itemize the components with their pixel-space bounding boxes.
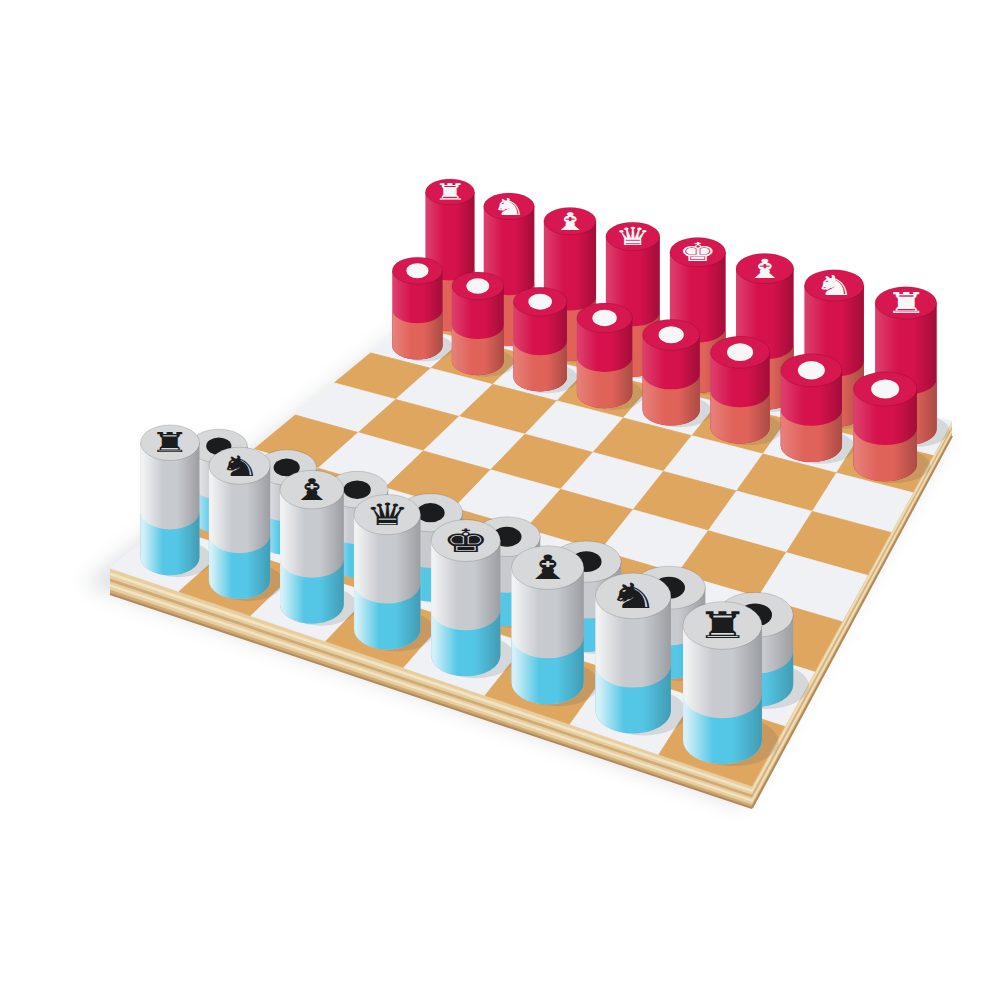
bishop-icon: ♝ bbox=[552, 207, 587, 235]
knight-icon: ♞ bbox=[608, 575, 659, 616]
king-icon: ♚ bbox=[443, 522, 490, 559]
rook-icon: ♜ bbox=[885, 286, 926, 320]
queen-icon: ♛ bbox=[365, 497, 410, 533]
rook-icon: ♜ bbox=[696, 604, 749, 647]
knight-icon: ♞ bbox=[492, 193, 526, 220]
pawn-dot-icon bbox=[344, 480, 371, 498]
bishop-icon: ♝ bbox=[291, 472, 334, 506]
pawn-dot-icon bbox=[528, 294, 552, 310]
king-icon: ♚ bbox=[679, 237, 716, 267]
knight-icon: ♞ bbox=[219, 449, 260, 483]
board-scene-svg: ♜♞♝♛♚♝♞♜♜♞♝♛♚♝♞♜ bbox=[0, 0, 1000, 1000]
pawn-dot-icon bbox=[727, 343, 753, 361]
pawn-dot-icon bbox=[466, 278, 489, 294]
queen-icon: ♛ bbox=[615, 222, 651, 251]
rook-icon: ♜ bbox=[150, 427, 190, 459]
pawn-dot-icon bbox=[659, 326, 684, 343]
bishop-icon: ♝ bbox=[523, 548, 572, 587]
pawn-dot-icon bbox=[871, 379, 899, 398]
pawn-dot-icon bbox=[592, 310, 616, 327]
pawn-dot-icon bbox=[406, 263, 428, 278]
bishop-icon: ♝ bbox=[745, 253, 784, 284]
rook-icon: ♜ bbox=[433, 179, 466, 205]
knight-icon: ♞ bbox=[814, 270, 854, 302]
pawn-dot-icon bbox=[798, 361, 825, 379]
chess-set-photo: ♜♞♝♛♚♝♞♜♜♞♝♛♚♝♞♜ bbox=[0, 0, 1000, 1000]
